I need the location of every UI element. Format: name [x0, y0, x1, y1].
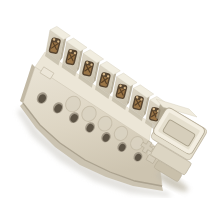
product-photo: [0, 0, 220, 198]
connector-illustration: [0, 0, 220, 198]
